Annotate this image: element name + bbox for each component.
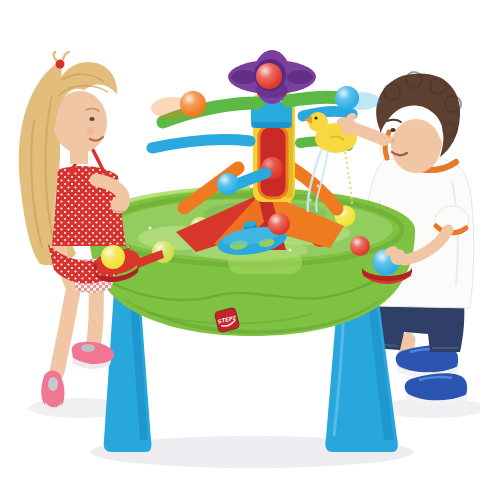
girl-back-shoe <box>72 342 114 369</box>
scene: STEP2 <box>0 0 480 480</box>
photo-canvas: STEP2 <box>0 0 480 480</box>
girl-hair-tie <box>54 52 69 69</box>
play-ball-red <box>256 63 282 89</box>
play-ball-yellow <box>101 245 125 269</box>
play-ball-orange <box>180 91 206 117</box>
rail-blue-left <box>152 140 250 148</box>
girl <box>19 52 130 411</box>
play-ball-blue <box>335 86 359 110</box>
floor-shadows <box>28 398 480 468</box>
play-ball-red <box>350 236 370 256</box>
brand-logo: STEP2 <box>214 307 239 332</box>
rail-blue-right <box>303 112 352 116</box>
play-ball-red <box>268 213 290 235</box>
play-ball-blue <box>217 173 239 195</box>
boy-ear <box>430 136 442 152</box>
